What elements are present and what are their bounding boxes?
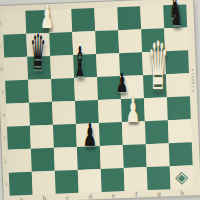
square-d3[interactable] xyxy=(76,123,100,147)
square-b1[interactable] xyxy=(32,171,56,195)
square-c8[interactable] xyxy=(48,9,72,33)
square-g4[interactable] xyxy=(144,97,168,121)
square-d6[interactable] xyxy=(73,54,97,78)
square-a3[interactable] xyxy=(7,126,31,150)
square-h7[interactable] xyxy=(164,27,188,51)
square-h4[interactable] xyxy=(167,96,191,120)
square-f8[interactable] xyxy=(117,6,141,30)
square-h8[interactable] xyxy=(163,4,187,28)
rank-label-2: 2 xyxy=(2,150,9,173)
rank-label-6: 6 xyxy=(0,58,5,81)
rank-label-4: 4 xyxy=(0,104,7,127)
square-f7[interactable] xyxy=(118,29,142,53)
square-d1[interactable] xyxy=(78,169,102,193)
square-g3[interactable] xyxy=(145,120,169,144)
square-c6[interactable] xyxy=(50,55,74,79)
square-c1[interactable] xyxy=(55,170,79,194)
square-f3[interactable] xyxy=(122,121,146,145)
square-a6[interactable] xyxy=(4,57,28,81)
square-g2[interactable] xyxy=(146,143,170,167)
board-grid: ◈ xyxy=(2,4,193,195)
square-b2[interactable] xyxy=(31,148,55,172)
file-label-g: g xyxy=(148,190,171,198)
square-a2[interactable] xyxy=(8,149,32,173)
square-a7[interactable] xyxy=(3,34,27,58)
square-f5[interactable] xyxy=(120,75,144,99)
square-c7[interactable] xyxy=(49,32,73,56)
square-g5[interactable] xyxy=(143,74,167,98)
square-e3[interactable] xyxy=(99,122,123,146)
file-label-e: e xyxy=(102,192,125,200)
square-c5[interactable] xyxy=(51,78,75,102)
square-e6[interactable] xyxy=(96,53,120,77)
square-e1[interactable] xyxy=(101,168,125,192)
chess-board: ◈ 87654321 abcdefgh ✦Chess✦ xyxy=(0,0,200,200)
square-b7[interactable] xyxy=(26,33,50,57)
brand-text: ✦Chess✦ xyxy=(189,50,197,110)
square-c2[interactable] xyxy=(54,147,78,171)
square-c3[interactable] xyxy=(53,124,77,148)
square-d4[interactable] xyxy=(75,100,99,124)
square-g1[interactable] xyxy=(147,166,171,190)
board-logo-icon: ◈ xyxy=(170,165,194,189)
chessboard-photo: ◈ 87654321 abcdefgh ✦Chess✦ ♞♟♛♝♟♛♟♟ xyxy=(0,0,200,200)
square-e2[interactable] xyxy=(100,145,124,169)
file-label-h: h xyxy=(171,189,194,197)
square-b5[interactable] xyxy=(28,79,52,103)
square-f1[interactable] xyxy=(124,167,148,191)
square-a4[interactable] xyxy=(6,103,30,127)
square-h2[interactable] xyxy=(169,142,193,166)
square-a8[interactable] xyxy=(2,11,26,35)
square-e8[interactable] xyxy=(94,7,118,31)
file-label-b: b xyxy=(33,195,56,200)
square-e7[interactable] xyxy=(95,30,119,54)
square-f2[interactable] xyxy=(123,144,147,168)
square-b4[interactable] xyxy=(29,102,53,126)
square-d7[interactable] xyxy=(72,31,96,55)
square-e4[interactable] xyxy=(98,99,122,123)
square-b8[interactable] xyxy=(25,10,49,34)
rank-label-1: 1 xyxy=(3,173,10,196)
square-c4[interactable] xyxy=(52,101,76,125)
square-g7[interactable] xyxy=(141,28,165,52)
square-f4[interactable] xyxy=(121,98,145,122)
file-label-c: c xyxy=(56,194,79,200)
square-a5[interactable] xyxy=(5,80,29,104)
square-a1[interactable] xyxy=(9,172,33,196)
square-h3[interactable] xyxy=(168,119,192,143)
square-b6[interactable] xyxy=(27,56,51,80)
square-h5[interactable] xyxy=(166,73,190,97)
file-label-f: f xyxy=(125,191,148,199)
square-g8[interactable] xyxy=(140,5,164,29)
square-h1[interactable]: ◈ xyxy=(170,165,194,189)
square-h6[interactable] xyxy=(165,50,189,74)
square-f6[interactable] xyxy=(119,52,143,76)
square-b3[interactable] xyxy=(30,125,54,149)
square-g6[interactable] xyxy=(142,51,166,75)
square-d2[interactable] xyxy=(77,146,101,170)
rank-label-5: 5 xyxy=(0,81,6,104)
square-e5[interactable] xyxy=(97,76,121,100)
square-d5[interactable] xyxy=(74,77,98,101)
square-d8[interactable] xyxy=(71,8,95,32)
rank-label-3: 3 xyxy=(1,127,8,150)
file-label-d: d xyxy=(79,193,102,200)
file-label-a: a xyxy=(10,196,33,200)
